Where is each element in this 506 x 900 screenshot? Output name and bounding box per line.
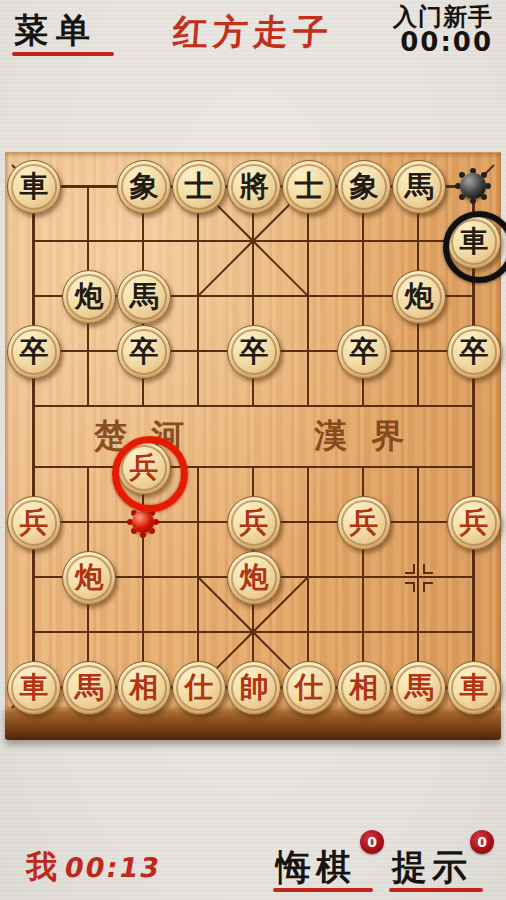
opponent-timer: 00:00 <box>393 30 493 55</box>
piece-label: 士 <box>295 172 324 201</box>
piece-black-chariot[interactable]: 車 <box>447 215 501 269</box>
my-timer: 我 00:13 <box>26 846 161 888</box>
xiangqi-app: 菜单 红方走子 入门新手 00:00 楚 河漢 界車象士將士象馬車炮馬炮卒卒卒卒… <box>0 0 506 900</box>
river-label-right: 漢 界 <box>314 414 412 459</box>
piece-label: 將 <box>240 172 269 201</box>
opponent-info: 入门新手 00:00 <box>393 4 493 55</box>
piece-black-soldier[interactable]: 卒 <box>7 325 61 379</box>
piece-black-advisor[interactable]: 士 <box>282 160 336 214</box>
board-surface[interactable]: 楚 河漢 界車象士將士象馬車炮馬炮卒卒卒卒卒兵兵兵兵兵炮炮車馬相仕帥仕相馬車 <box>5 152 501 707</box>
piece-red-soldier[interactable]: 兵 <box>227 496 281 550</box>
my-timer-label: 我 <box>26 846 57 888</box>
piece-label: 車 <box>460 673 489 702</box>
piece-red-cannon[interactable]: 炮 <box>62 551 116 605</box>
piece-label: 兵 <box>20 508 49 537</box>
undo-underline <box>273 888 373 892</box>
piece-red-elephant[interactable]: 相 <box>117 661 171 715</box>
piece-red-horse[interactable]: 馬 <box>62 661 116 715</box>
piece-label: 相 <box>350 673 379 702</box>
piece-label: 兵 <box>130 453 159 482</box>
piece-black-general[interactable]: 將 <box>227 160 281 214</box>
piece-black-soldier[interactable]: 卒 <box>117 325 171 379</box>
piece-label: 馬 <box>405 172 434 201</box>
piece-black-soldier[interactable]: 卒 <box>447 325 501 379</box>
move-origin-ball-black <box>460 173 486 199</box>
bottom-bar: 我 00:13 悔棋 0 提示 0 <box>0 828 506 900</box>
piece-label: 仕 <box>295 673 324 702</box>
hint-underline <box>389 888 483 892</box>
top-bar: 菜单 红方走子 入门新手 00:00 <box>0 0 506 70</box>
piece-black-soldier[interactable]: 卒 <box>337 325 391 379</box>
piece-red-general[interactable]: 帥 <box>227 661 281 715</box>
piece-red-horse[interactable]: 馬 <box>392 661 446 715</box>
piece-label: 相 <box>130 673 159 702</box>
piece-red-cannon[interactable]: 炮 <box>227 551 281 605</box>
piece-label: 卒 <box>350 337 379 366</box>
piece-black-cannon[interactable]: 炮 <box>392 270 446 324</box>
undo-button[interactable]: 悔棋 0 <box>276 844 356 891</box>
piece-black-elephant[interactable]: 象 <box>117 160 171 214</box>
piece-label: 炮 <box>75 563 104 592</box>
piece-label: 炮 <box>240 563 269 592</box>
piece-black-horse[interactable]: 馬 <box>392 160 446 214</box>
river-text: 楚 河漢 界 <box>33 413 473 459</box>
piece-label: 象 <box>130 172 159 201</box>
piece-label: 帥 <box>240 673 269 702</box>
piece-label: 兵 <box>460 508 489 537</box>
hint-count-badge: 0 <box>470 830 494 854</box>
piece-label: 馬 <box>405 673 434 702</box>
piece-red-elephant[interactable]: 相 <box>337 661 391 715</box>
piece-red-chariot[interactable]: 車 <box>447 661 501 715</box>
piece-label: 馬 <box>75 673 104 702</box>
piece-label: 卒 <box>20 337 49 366</box>
piece-label: 卒 <box>240 337 269 366</box>
piece-label: 兵 <box>350 508 379 537</box>
piece-black-soldier[interactable]: 卒 <box>227 325 281 379</box>
undo-count-badge: 0 <box>360 830 384 854</box>
grid-line <box>417 467 419 687</box>
piece-label: 車 <box>460 227 489 256</box>
piece-label: 卒 <box>460 337 489 366</box>
piece-label: 炮 <box>75 282 104 311</box>
piece-red-advisor[interactable]: 仕 <box>282 661 336 715</box>
piece-label: 象 <box>350 172 379 201</box>
hint-label: 提示 <box>392 848 472 887</box>
piece-black-elephant[interactable]: 象 <box>337 160 391 214</box>
piece-red-soldier[interactable]: 兵 <box>117 441 171 495</box>
piece-red-advisor[interactable]: 仕 <box>172 661 226 715</box>
piece-label: 仕 <box>185 673 214 702</box>
board: 楚 河漢 界車象士將士象馬車炮馬炮卒卒卒卒卒兵兵兵兵兵炮炮車馬相仕帥仕相馬車 <box>5 152 501 742</box>
piece-label: 馬 <box>130 282 159 311</box>
piece-label: 士 <box>185 172 214 201</box>
piece-label: 車 <box>20 172 49 201</box>
piece-red-soldier[interactable]: 兵 <box>447 496 501 550</box>
piece-label: 兵 <box>240 508 269 537</box>
piece-black-chariot[interactable]: 車 <box>7 160 61 214</box>
piece-red-chariot[interactable]: 車 <box>7 661 61 715</box>
move-origin-ball-red <box>132 511 154 533</box>
piece-black-advisor[interactable]: 士 <box>172 160 226 214</box>
piece-label: 炮 <box>405 282 434 311</box>
piece-red-soldier[interactable]: 兵 <box>7 496 61 550</box>
piece-black-cannon[interactable]: 炮 <box>62 270 116 324</box>
my-timer-value: 00:13 <box>62 852 163 883</box>
piece-label: 卒 <box>130 337 159 366</box>
piece-label: 車 <box>20 673 49 702</box>
piece-red-soldier[interactable]: 兵 <box>337 496 391 550</box>
grid-line <box>142 467 144 687</box>
undo-label: 悔棋 <box>276 848 356 887</box>
piece-black-horse[interactable]: 馬 <box>117 270 171 324</box>
hint-button[interactable]: 提示 0 <box>392 844 472 891</box>
